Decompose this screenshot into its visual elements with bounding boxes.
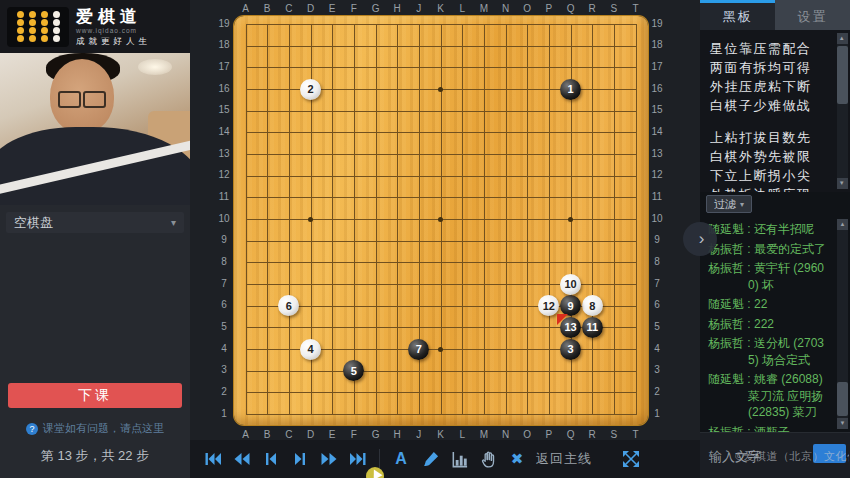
tab-blackboard[interactable]: 黑板 — [700, 0, 775, 30]
col-label-top: L — [452, 3, 472, 14]
row-label-right: 7 — [647, 278, 667, 289]
col-label-top: E — [322, 3, 342, 14]
col-label-bottom: E — [322, 429, 342, 440]
presenter-cursor — [366, 467, 384, 478]
col-label-bottom: T — [626, 429, 646, 440]
note-line: 星位靠压需配合 — [710, 39, 832, 58]
col-label-bottom: F — [344, 429, 364, 440]
stone-black-R5: 11 — [582, 317, 603, 338]
col-label-bottom: N — [496, 429, 516, 440]
chat-filter-row: 过滤 — [700, 192, 850, 216]
board-panel: AA1919BB1818CC1717DD1616EE1515FF1414GG13… — [190, 0, 700, 478]
row-label-right: 2 — [647, 386, 667, 397]
fullscreen-icon[interactable] — [620, 448, 642, 470]
col-label-top: O — [517, 3, 537, 14]
row-label-left: 2 — [214, 386, 234, 397]
row-label-right: 17 — [647, 61, 667, 72]
row-label-left: 18 — [214, 39, 234, 50]
text-tool-icon[interactable] — [390, 448, 412, 470]
col-label-top: C — [279, 3, 299, 14]
row-label-left: 13 — [214, 148, 234, 159]
blackboard-notes: 星位靠压需配合两面有拆均可得外挂压虎粘下断白棋子少难做战上粘打拔目数先白棋外势先… — [700, 30, 850, 192]
row-label-right: 4 — [647, 343, 667, 354]
chat-author: 杨振哲 — [708, 336, 744, 350]
last-move-marker — [557, 314, 568, 325]
col-label-top: J — [409, 3, 429, 14]
row-label-left: 10 — [214, 213, 234, 224]
col-label-top: R — [582, 3, 602, 14]
go-board[interactable]: AA1919BB1818CC1717DD1616EE1515FF1414GG13… — [190, 0, 700, 440]
copyright-watermark: ©爱棋道（北京）文化传播有限公司 — [735, 449, 849, 464]
stone-white-R6: 8 — [582, 295, 603, 316]
row-label-right: 16 — [647, 83, 667, 94]
col-label-bottom: O — [517, 429, 537, 440]
chat-scroll-thumb[interactable] — [837, 382, 848, 416]
col-label-bottom: S — [604, 429, 624, 440]
brush-tool-icon[interactable] — [419, 448, 441, 470]
notes-scrollbar[interactable] — [837, 33, 848, 189]
bar-chart-icon[interactable] — [448, 448, 470, 470]
note-line: 白棋子少难做战 — [710, 96, 832, 115]
row-label-left: 1 — [214, 408, 234, 419]
col-label-top: Q — [561, 3, 581, 14]
note-line: 下立上断拐小尖 — [710, 166, 832, 185]
col-label-top: H — [387, 3, 407, 14]
scroll-down-icon[interactable] — [837, 178, 848, 189]
col-label-bottom: C — [279, 429, 299, 440]
stone-black-Q16: 1 — [560, 79, 581, 100]
col-label-bottom: G — [366, 429, 386, 440]
row-label-left: 16 — [214, 83, 234, 94]
skip-to-first-icon[interactable] — [202, 448, 224, 470]
note-line: 外挂压虎粘下断 — [710, 77, 832, 96]
col-label-top: F — [344, 3, 364, 14]
chat-message: 杨振哲 : 酒瓶子 — [708, 424, 832, 433]
row-label-right: 6 — [647, 299, 667, 310]
col-label-top: B — [257, 3, 277, 14]
step-forward-icon[interactable] — [289, 448, 311, 470]
brand-slogan: 成就更好人生 — [76, 37, 151, 47]
col-label-bottom: B — [257, 429, 277, 440]
brand-url: www.iqidao.com — [76, 27, 151, 34]
back-to-mainline-button[interactable]: 返回主线 — [536, 450, 592, 468]
row-label-right: 13 — [647, 148, 667, 159]
stone-white-D4: 4 — [300, 339, 321, 360]
row-label-left: 11 — [214, 191, 234, 202]
row-label-left: 5 — [214, 321, 234, 332]
col-label-bottom: M — [474, 429, 494, 440]
row-label-left: 9 — [214, 234, 234, 245]
row-label-right: 3 — [647, 364, 667, 375]
row-label-right: 14 — [647, 126, 667, 137]
skip-to-last-icon[interactable] — [347, 448, 369, 470]
row-label-right: 19 — [647, 18, 667, 29]
stone-white-Q7: 10 — [560, 274, 581, 295]
instructor-video — [0, 53, 190, 205]
glasses — [58, 91, 106, 105]
go-classroom-app: 爱棋道 www.iqidao.com 成就更好人生 空棋盘 下课 课堂如有问题，… — [0, 0, 850, 478]
col-label-bottom: A — [236, 429, 256, 440]
board-selector-value: 空棋盘 — [14, 214, 53, 232]
col-label-top: A — [236, 3, 256, 14]
filter-dropdown[interactable]: 过滤 — [706, 195, 752, 213]
row-label-right: 5 — [647, 321, 667, 332]
note-line: 两面有拆均可得 — [710, 58, 832, 77]
step-counter: 第 13 步，共 22 步 — [0, 447, 190, 465]
step-backward-icon[interactable] — [260, 448, 282, 470]
row-label-left: 17 — [214, 61, 234, 72]
col-label-bottom: D — [301, 429, 321, 440]
row-label-left: 14 — [214, 126, 234, 137]
stone-black-Q4: 3 — [560, 339, 581, 360]
logo-bar: 爱棋道 www.iqidao.com 成就更好人生 — [0, 0, 190, 53]
col-label-top: S — [604, 3, 624, 14]
fast-forward-icon[interactable] — [318, 448, 340, 470]
left-sidebar: 爱棋道 www.iqidao.com 成就更好人生 空棋盘 下课 课堂如有问题，… — [0, 0, 190, 478]
collapse-panel-handle[interactable] — [683, 222, 717, 256]
chat-message: 杨振哲 : 最爱的定式了 — [708, 241, 832, 258]
row-label-left: 12 — [214, 169, 234, 180]
chat-message: 随延魁 : 22 — [708, 296, 832, 313]
help-link[interactable]: 课堂如有问题，请点这里 — [0, 421, 190, 436]
hand-tool-icon[interactable] — [477, 448, 499, 470]
bottom-toolbar: 返回主线 — [190, 440, 700, 478]
col-label-top: M — [474, 3, 494, 14]
col-label-top: N — [496, 3, 516, 14]
note-line: 白棋外势先被限 — [710, 147, 832, 166]
notes-scroll-thumb[interactable] — [837, 46, 848, 104]
tab-settings[interactable]: 设置 — [775, 0, 850, 30]
panel-tabs: 黑板 设置 — [700, 0, 850, 30]
col-label-bottom: H — [387, 429, 407, 440]
stone-black-J4: 7 — [408, 339, 429, 360]
col-label-top: D — [301, 3, 321, 14]
col-label-bottom: P — [539, 429, 559, 440]
iqidao-logo-icon — [7, 7, 69, 47]
row-label-right: 9 — [647, 234, 667, 245]
row-label-left: 19 — [214, 18, 234, 29]
dismiss-class-button[interactable]: 下课 — [8, 383, 182, 408]
note-line: 上粘打拔目数先 — [710, 128, 832, 147]
chat-author: 随延魁 — [708, 297, 744, 311]
scroll-up-icon[interactable] — [837, 219, 848, 230]
chat-author: 杨振哲 — [708, 317, 744, 331]
col-label-bottom: L — [452, 429, 472, 440]
row-label-right: 10 — [647, 213, 667, 224]
col-label-bottom: Q — [561, 429, 581, 440]
chat-message-list: 随延魁 : 还有半招呢杨振哲 : 最爱的定式了杨振哲 : 黄宇轩 (29600)… — [700, 216, 850, 432]
chat-author: 杨振哲 — [708, 261, 744, 275]
scroll-down-icon[interactable] — [837, 418, 848, 429]
right-panel: 黑板 设置 星位靠压需配合两面有拆均可得外挂压虎粘下断白棋子少难做战上粘打拔目数… — [700, 0, 850, 478]
col-label-top: T — [626, 3, 646, 14]
row-label-left: 6 — [214, 299, 234, 310]
col-label-bottom: K — [431, 429, 451, 440]
row-label-right: 18 — [647, 39, 667, 50]
chat-message: 随延魁 : 还有半招呢 — [708, 221, 832, 238]
col-label-top: P — [539, 3, 559, 14]
chat-input-bar: 输入文字 ©爱棋道（北京）文化传播有限公司 — [700, 432, 850, 478]
row-label-right: 12 — [647, 169, 667, 180]
chat-author: 杨振哲 — [708, 425, 744, 433]
brand-name: 爱棋道 — [76, 7, 151, 27]
brand-block: 爱棋道 www.iqidao.com 成就更好人生 — [76, 7, 151, 47]
col-label-top: G — [366, 3, 386, 14]
chat-message: 随延魁 : 姚睿 (26088) 菜刀流 应明扬 (22835) 菜刀 — [708, 371, 832, 421]
question-icon — [26, 423, 38, 435]
chat-message: 杨振哲 : 送分机 (27035) 场合定式 — [708, 335, 832, 368]
note-line: 外势拆边呼应现 — [710, 185, 832, 192]
row-label-left: 4 — [214, 343, 234, 354]
row-label-left: 7 — [214, 278, 234, 289]
row-label-left: 15 — [214, 104, 234, 115]
row-label-left: 8 — [214, 256, 234, 267]
col-label-top: K — [431, 3, 451, 14]
chat-message: 杨振哲 : 黄宇轩 (29600) 坏 — [708, 260, 832, 293]
row-label-left: 3 — [214, 364, 234, 375]
scroll-up-icon[interactable] — [837, 33, 848, 44]
board-selector-dropdown[interactable]: 空棋盘 — [6, 212, 184, 233]
col-label-bottom: R — [582, 429, 602, 440]
col-label-bottom: J — [409, 429, 429, 440]
row-label-right: 15 — [647, 104, 667, 115]
row-label-right: 11 — [647, 191, 667, 202]
ceiling-lamp — [138, 59, 172, 75]
chat-message: 杨振哲 : 222 — [708, 316, 832, 333]
row-label-right: 1 — [647, 408, 667, 419]
chat-scrollbar[interactable] — [837, 219, 848, 429]
help-text: 课堂如有问题，请点这里 — [43, 421, 164, 436]
chat-author: 随延魁 — [708, 372, 744, 386]
fast-backward-icon[interactable] — [231, 448, 253, 470]
clear-annotations-icon[interactable] — [506, 448, 528, 470]
stone-black-Q5: 13 — [560, 317, 581, 338]
stone-white-D16: 2 — [300, 79, 321, 100]
row-label-right: 8 — [647, 256, 667, 267]
